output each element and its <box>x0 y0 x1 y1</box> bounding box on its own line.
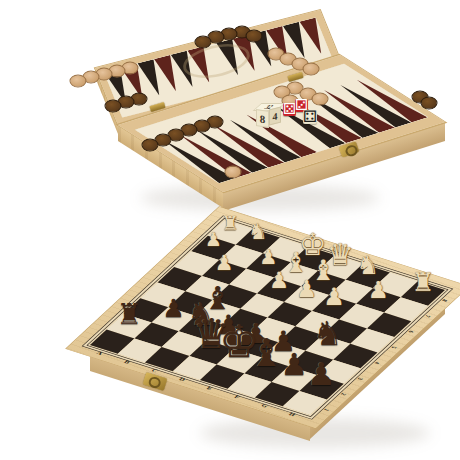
product-photo-stage: 3284⚄⚂⚃ ABCDEFGH12345678 ♜♞♚♛♞♜♟♟♝♝♟♟♟♟♟… <box>0 0 460 460</box>
rank-label-7: 7 <box>410 308 445 323</box>
far-point-12[interactable] <box>299 17 329 55</box>
chess-board: ABCDEFGH12345678 <box>66 207 460 428</box>
rank-label-5: 5 <box>377 340 412 355</box>
rank-label-8: 8 <box>427 293 460 308</box>
rank-label-1: 1 <box>309 402 344 417</box>
rank-label-2: 2 <box>326 386 361 401</box>
light-checker[interactable] <box>70 75 87 88</box>
rank-label-4: 4 <box>360 355 395 370</box>
rank-label-6: 6 <box>393 324 428 339</box>
rank-label-3: 3 <box>343 371 378 386</box>
